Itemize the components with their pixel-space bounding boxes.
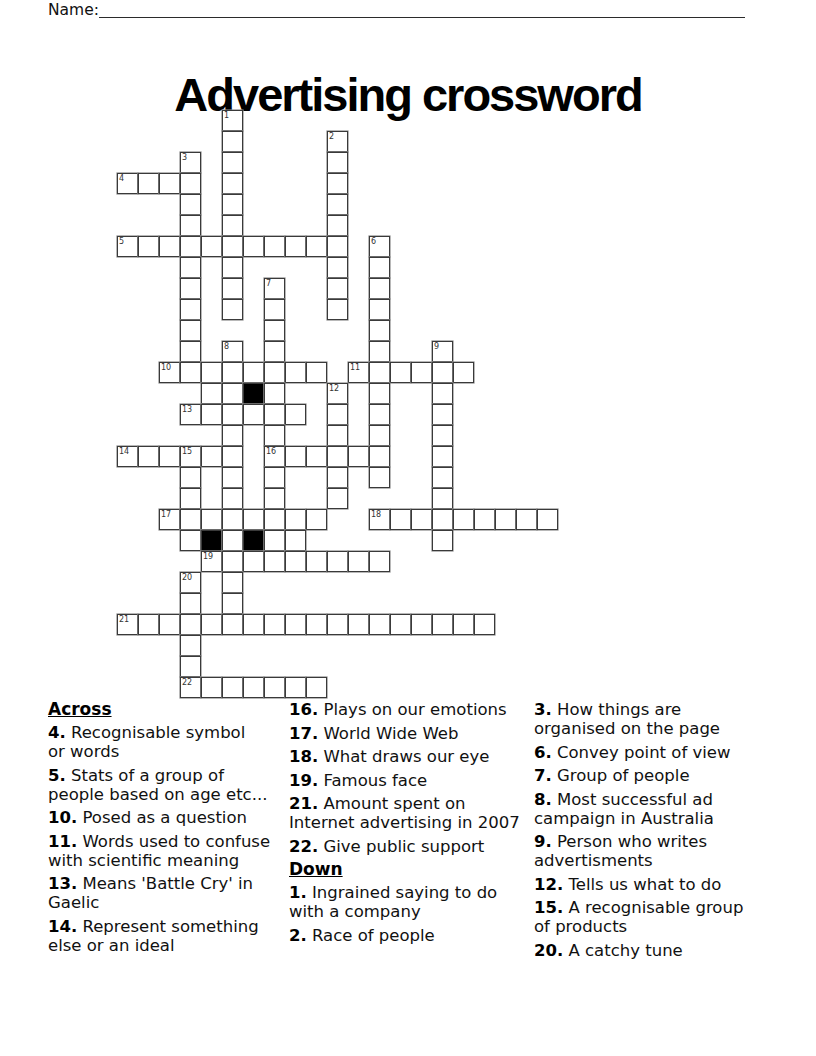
grid-cell[interactable]	[369, 446, 390, 467]
clue-number-label: 7.	[534, 766, 552, 785]
grid-cell[interactable]	[285, 404, 306, 425]
grid-cell[interactable]	[180, 509, 201, 530]
clue-number-label: 16.	[289, 700, 318, 719]
grid-cell[interactable]	[222, 194, 243, 215]
grid-cell[interactable]	[180, 257, 201, 278]
grid-cell[interactable]	[222, 383, 243, 404]
clue-number-label: 11.	[48, 832, 77, 851]
grid-cell[interactable]: 19	[201, 551, 222, 572]
clue-column-1: Across4. Recognisable symbol or words5. …	[48, 700, 298, 959]
grid-cell[interactable]	[327, 488, 348, 509]
clue-number: 21	[119, 615, 129, 624]
black-cell	[243, 383, 264, 404]
grid-cell[interactable]	[369, 299, 390, 320]
grid-cell[interactable]	[159, 446, 180, 467]
clue-number: 1	[224, 111, 229, 120]
grid-cell[interactable]	[285, 236, 306, 257]
grid-cell[interactable]: 10	[159, 362, 180, 383]
grid-cell[interactable]	[264, 530, 285, 551]
grid-cell[interactable]	[327, 551, 348, 572]
grid-cell[interactable]	[243, 551, 264, 572]
clue-number: 8	[224, 342, 229, 351]
grid-cell[interactable]	[285, 677, 306, 698]
grid-cell[interactable]: 8	[222, 341, 243, 362]
clue-number: 2	[329, 132, 334, 141]
grid-cell[interactable]: 1	[222, 110, 243, 131]
clue-number-label: 18.	[289, 747, 318, 766]
grid-cell[interactable]	[432, 509, 453, 530]
grid-cell[interactable]	[390, 362, 411, 383]
grid-cell[interactable]	[369, 383, 390, 404]
grid-cell[interactable]	[327, 257, 348, 278]
black-cell	[201, 530, 222, 551]
clue-number-label: 3.	[534, 700, 552, 719]
grid-cell[interactable]	[180, 656, 201, 677]
grid-cell[interactable]	[327, 236, 348, 257]
grid-cell[interactable]	[180, 278, 201, 299]
grid-cell[interactable]	[327, 278, 348, 299]
grid-cell[interactable]: 9	[432, 341, 453, 362]
crossword-grid: 12345678910111213141516171819202122	[117, 110, 558, 698]
grid-cell[interactable]	[432, 467, 453, 488]
grid-cell[interactable]	[180, 467, 201, 488]
grid-cell[interactable]	[180, 614, 201, 635]
grid-cell[interactable]	[222, 467, 243, 488]
grid-cell[interactable]	[474, 509, 495, 530]
clue-number: 4	[119, 174, 124, 183]
grid-cell[interactable]	[369, 404, 390, 425]
clue-2: 2. Race of people	[289, 926, 539, 945]
grid-cell[interactable]	[306, 236, 327, 257]
grid-cell[interactable]	[285, 509, 306, 530]
grid-cell[interactable]	[222, 614, 243, 635]
clue-number-label: 13.	[48, 874, 77, 893]
grid-cell[interactable]	[474, 614, 495, 635]
grid-cell[interactable]	[180, 299, 201, 320]
clue-number-label: 15.	[534, 898, 563, 917]
grid-cell[interactable]	[285, 530, 306, 551]
grid-cell[interactable]	[264, 320, 285, 341]
grid-cell[interactable]	[432, 362, 453, 383]
grid-cell[interactable]	[285, 362, 306, 383]
grid-cell[interactable]	[411, 614, 432, 635]
grid-cell[interactable]	[390, 509, 411, 530]
grid-cell[interactable]	[264, 488, 285, 509]
clue-number-label: 6.	[534, 743, 552, 762]
grid-cell[interactable]	[264, 614, 285, 635]
clue-number-label: 14.	[48, 917, 77, 936]
grid-cell[interactable]	[222, 278, 243, 299]
grid-cell[interactable]	[453, 362, 474, 383]
grid-cell[interactable]	[201, 383, 222, 404]
grid-cell[interactable]	[222, 299, 243, 320]
clue-number: 13	[182, 405, 192, 414]
clue-number: 18	[371, 510, 381, 519]
grid-cell[interactable]	[285, 614, 306, 635]
grid-cell[interactable]	[264, 551, 285, 572]
grid-cell[interactable]	[180, 362, 201, 383]
grid-cell[interactable]	[369, 341, 390, 362]
grid-cell[interactable]	[369, 425, 390, 446]
clue-number-label: 5.	[48, 766, 66, 785]
clue-number-label: 2.	[289, 926, 307, 945]
clue-18: 18. What draws our eye	[289, 747, 539, 766]
grid-cell[interactable]: 12	[327, 383, 348, 404]
grid-cell[interactable]	[243, 614, 264, 635]
grid-cell[interactable]	[264, 362, 285, 383]
clue-number: 11	[350, 363, 360, 372]
grid-cell[interactable]	[180, 173, 201, 194]
grid-cell[interactable]	[138, 236, 159, 257]
grid-cell[interactable]	[138, 173, 159, 194]
clue-10: 10. Posed as a question	[48, 808, 298, 827]
clue-number-label: 4.	[48, 723, 66, 742]
grid-cell[interactable]	[159, 236, 180, 257]
grid-cell[interactable]	[516, 509, 537, 530]
grid-cell[interactable]	[243, 404, 264, 425]
clue-11: 11. Words used to confuse with scientifi…	[48, 832, 298, 870]
grid-cell[interactable]	[222, 173, 243, 194]
clue-22: 22. Give public support	[289, 837, 539, 856]
clue-column-3: 3. How things are organised on the page6…	[534, 700, 786, 964]
grid-cell[interactable]	[411, 362, 432, 383]
grid-cell[interactable]	[222, 215, 243, 236]
grid-cell[interactable]	[201, 509, 222, 530]
grid-cell[interactable]	[306, 614, 327, 635]
clue-number-label: 12.	[534, 875, 563, 894]
clue-5: 5. Stats of a group of people based on a…	[48, 766, 298, 804]
grid-cell[interactable]	[369, 467, 390, 488]
clue-number-label: 20.	[534, 941, 563, 960]
grid-cell[interactable]	[180, 215, 201, 236]
grid-cell[interactable]	[327, 215, 348, 236]
clue-7: 7. Group of people	[534, 766, 786, 785]
black-cell	[243, 530, 264, 551]
grid-cell[interactable]	[180, 635, 201, 656]
grid-cell[interactable]	[369, 362, 390, 383]
name-input-line[interactable]	[99, 2, 745, 18]
grid-cell[interactable]	[537, 509, 558, 530]
grid-cell[interactable]	[411, 509, 432, 530]
grid-cell[interactable]: 21	[117, 614, 138, 635]
grid-cell[interactable]: 11	[348, 362, 369, 383]
grid-cell[interactable]	[306, 551, 327, 572]
grid-cell[interactable]	[369, 614, 390, 635]
clue-number: 10	[161, 363, 171, 372]
clue-number: 3	[182, 153, 187, 162]
grid-cell[interactable]	[222, 257, 243, 278]
grid-cell[interactable]: 18	[369, 509, 390, 530]
clue-number: 7	[266, 279, 271, 288]
clue-number-label: 17.	[289, 724, 318, 743]
clue-8: 8. Most successful ad campaign in Austra…	[534, 790, 786, 828]
grid-cell[interactable]	[327, 194, 348, 215]
clue-number-label: 1.	[289, 883, 307, 902]
clue-1: 1. Ingrained saying to do with a company	[289, 883, 539, 921]
grid-cell[interactable]	[369, 320, 390, 341]
grid-cell[interactable]	[432, 530, 453, 551]
grid-cell[interactable]	[327, 299, 348, 320]
grid-cell[interactable]	[348, 446, 369, 467]
worksheet-page: { "game": "crossword", "page": { "name_l…	[0, 0, 816, 1056]
clue-number: 6	[371, 237, 376, 246]
grid-cell[interactable]	[306, 677, 327, 698]
clue-number: 17	[161, 510, 171, 519]
clue-21: 21. Amount spent on Internet advertising…	[289, 794, 539, 832]
grid-cell[interactable]: 6	[369, 236, 390, 257]
grid-cell[interactable]	[264, 341, 285, 362]
grid-cell[interactable]	[390, 614, 411, 635]
grid-cell[interactable]	[327, 446, 348, 467]
grid-cell[interactable]	[201, 446, 222, 467]
grid-cell[interactable]	[201, 236, 222, 257]
clue-number-label: 10.	[48, 808, 77, 827]
clue-number-label: 19.	[289, 771, 318, 790]
grid-cell[interactable]: 16	[264, 446, 285, 467]
clue-4: 4. Recognisable symbol or words	[48, 723, 298, 761]
grid-cell[interactable]	[201, 362, 222, 383]
grid-cell[interactable]	[264, 383, 285, 404]
grid-cell[interactable]	[327, 425, 348, 446]
grid-cell[interactable]	[201, 677, 222, 698]
clue-15: 15. A recognisable group of products	[534, 898, 786, 936]
clue-3: 3. How things are organised on the page	[534, 700, 786, 738]
grid-cell[interactable]	[306, 362, 327, 383]
grid-cell[interactable]	[222, 425, 243, 446]
grid-cell[interactable]	[327, 404, 348, 425]
grid-cell[interactable]	[243, 362, 264, 383]
grid-cell[interactable]	[264, 299, 285, 320]
grid-cell[interactable]	[432, 383, 453, 404]
across-header: Across	[48, 700, 298, 719]
grid-cell[interactable]	[348, 551, 369, 572]
grid-cell[interactable]	[222, 551, 243, 572]
clue-number: 15	[182, 447, 192, 456]
grid-cell[interactable]	[327, 614, 348, 635]
grid-cell[interactable]	[180, 236, 201, 257]
grid-cell[interactable]	[264, 404, 285, 425]
grid-cell[interactable]	[138, 614, 159, 635]
grid-cell[interactable]	[222, 677, 243, 698]
grid-cell[interactable]	[222, 593, 243, 614]
grid-cell[interactable]: 22	[180, 677, 201, 698]
grid-cell[interactable]	[222, 152, 243, 173]
grid-cell[interactable]	[222, 572, 243, 593]
clue-14: 14. Represent something else or an ideal	[48, 917, 298, 955]
grid-cell[interactable]	[495, 509, 516, 530]
grid-cell[interactable]	[369, 551, 390, 572]
grid-cell[interactable]	[369, 278, 390, 299]
clue-9: 9. Person who writes advertisments	[534, 832, 786, 870]
grid-cell[interactable]	[285, 551, 306, 572]
clue-number: 12	[329, 384, 339, 393]
grid-cell[interactable]	[432, 446, 453, 467]
grid-cell[interactable]	[180, 530, 201, 551]
grid-cell[interactable]	[222, 404, 243, 425]
grid-cell[interactable]	[264, 236, 285, 257]
grid-cell[interactable]: 4	[117, 173, 138, 194]
clue-16: 16. Plays on our emotions	[289, 700, 539, 719]
grid-cell[interactable]	[264, 467, 285, 488]
grid-cell[interactable]	[264, 677, 285, 698]
clue-number: 22	[182, 678, 192, 687]
grid-cell[interactable]	[432, 425, 453, 446]
grid-cell[interactable]: 5	[117, 236, 138, 257]
clue-number-label: 9.	[534, 832, 552, 851]
grid-cell[interactable]	[285, 446, 306, 467]
grid-cell[interactable]	[159, 614, 180, 635]
grid-cell[interactable]	[243, 509, 264, 530]
grid-cell[interactable]	[222, 509, 243, 530]
grid-cell[interactable]	[222, 488, 243, 509]
grid-cell[interactable]	[264, 425, 285, 446]
clue-column-2: 16. Plays on our emotions17. World Wide …	[289, 700, 539, 949]
clue-number: 5	[119, 237, 124, 246]
grid-cell[interactable]: 14	[117, 446, 138, 467]
clue-20: 20. A catchy tune	[534, 941, 786, 960]
grid-cell[interactable]	[201, 404, 222, 425]
grid-cell[interactable]: 17	[159, 509, 180, 530]
grid-cell[interactable]	[327, 467, 348, 488]
grid-cell[interactable]	[327, 173, 348, 194]
clue-number: 14	[119, 447, 129, 456]
grid-cell[interactable]	[432, 614, 453, 635]
grid-cell[interactable]	[180, 320, 201, 341]
grid-cell[interactable]	[201, 614, 222, 635]
grid-cell[interactable]	[306, 509, 327, 530]
grid-cell[interactable]	[243, 677, 264, 698]
down-header: Down	[289, 860, 539, 879]
grid-cell[interactable]	[159, 173, 180, 194]
grid-cell[interactable]	[180, 488, 201, 509]
grid-cell[interactable]	[222, 446, 243, 467]
grid-cell[interactable]	[432, 404, 453, 425]
grid-cell[interactable]: 3	[180, 152, 201, 173]
clue-12: 12. Tells us what to do	[534, 875, 786, 894]
grid-cell[interactable]	[327, 152, 348, 173]
clue-19: 19. Famous face	[289, 771, 539, 790]
grid-cell[interactable]	[222, 236, 243, 257]
grid-cell[interactable]	[180, 593, 201, 614]
grid-cell[interactable]: 2	[327, 131, 348, 152]
grid-cell[interactable]: 20	[180, 572, 201, 593]
clue-number-label: 22.	[289, 837, 318, 856]
clue-17: 17. World Wide Web	[289, 724, 539, 743]
grid-cell[interactable]	[369, 257, 390, 278]
name-label: Name:	[48, 1, 99, 19]
grid-cell[interactable]: 13	[180, 404, 201, 425]
clue-number-label: 21.	[289, 794, 318, 813]
grid-cell[interactable]	[432, 488, 453, 509]
grid-cell[interactable]: 15	[180, 446, 201, 467]
clue-number: 20	[182, 573, 192, 582]
grid-cell[interactable]	[453, 614, 474, 635]
grid-cell[interactable]	[222, 362, 243, 383]
clue-6: 6. Convey point of view	[534, 743, 786, 762]
clue-number: 16	[266, 447, 276, 456]
grid-cell[interactable]	[264, 509, 285, 530]
clue-number: 19	[203, 552, 213, 561]
grid-cell[interactable]	[348, 614, 369, 635]
grid-cell[interactable]	[138, 446, 159, 467]
clue-13: 13. Means 'Battle Cry' in Gaelic	[48, 874, 298, 912]
grid-cell[interactable]	[222, 131, 243, 152]
grid-cell[interactable]	[180, 341, 201, 362]
grid-cell[interactable]	[180, 194, 201, 215]
grid-cell[interactable]	[243, 236, 264, 257]
grid-cell[interactable]: 7	[264, 278, 285, 299]
clue-number: 9	[434, 342, 439, 351]
clue-number-label: 8.	[534, 790, 552, 809]
grid-cell[interactable]	[306, 446, 327, 467]
grid-cell[interactable]	[222, 530, 243, 551]
grid-cell[interactable]	[453, 509, 474, 530]
